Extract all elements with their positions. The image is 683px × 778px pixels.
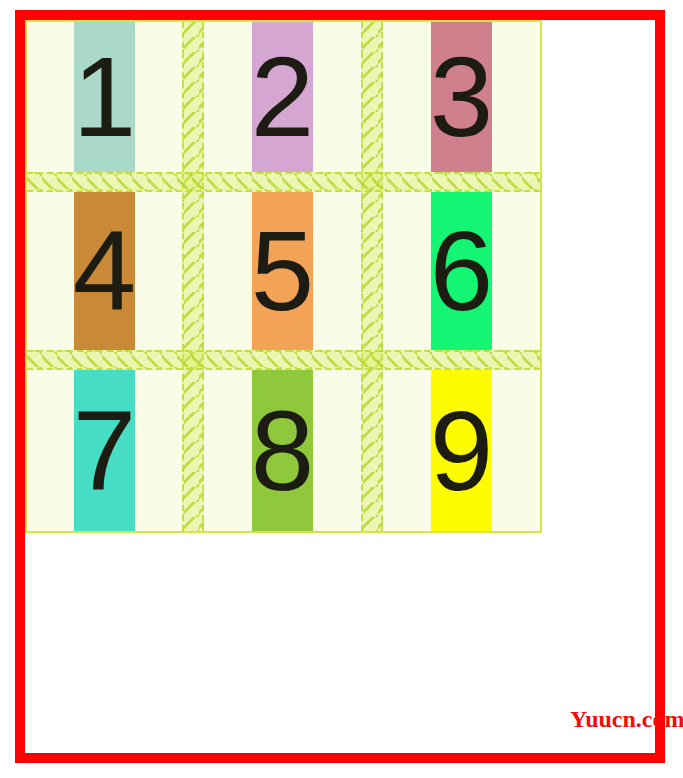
cell-stripe-7: 7 [74, 370, 135, 531]
grid-cell-4: 4 [27, 192, 182, 350]
cell-stripe-1: 1 [74, 22, 135, 172]
grid-cell-1: 1 [27, 22, 182, 172]
cell-number-5: 5 [251, 214, 314, 328]
watermark-text: Yuucn.com [570, 706, 683, 733]
cell-stripe-9: 9 [431, 370, 492, 531]
cell-stripe-2: 2 [252, 22, 313, 172]
cell-number-7: 7 [73, 394, 136, 508]
column-gap-band-1 [182, 22, 204, 531]
grid-cell-9: 9 [383, 370, 540, 531]
row-gap-band-1 [27, 172, 540, 192]
grid-cells: 1 2 3 4 5 [27, 22, 540, 531]
grid-cell-8: 8 [204, 370, 361, 531]
grid-cell-3: 3 [383, 22, 540, 172]
cell-stripe-5: 5 [252, 192, 313, 350]
grid-cell-5: 5 [204, 192, 361, 350]
cell-number-2: 2 [251, 40, 314, 154]
grid-cell-2: 2 [204, 22, 361, 172]
cell-number-8: 8 [251, 394, 314, 508]
column-gap-band-2 [361, 22, 383, 531]
cell-number-9: 9 [430, 394, 493, 508]
cell-stripe-4: 4 [74, 192, 135, 350]
cell-stripe-8: 8 [252, 370, 313, 531]
grid-cell-6: 6 [383, 192, 540, 350]
cell-number-6: 6 [430, 214, 493, 328]
page: 1 2 3 4 5 [0, 0, 683, 778]
row-gap-band-2 [27, 350, 540, 370]
cell-number-4: 4 [73, 214, 136, 328]
grid-cell-7: 7 [27, 370, 182, 531]
grid-board: 1 2 3 4 5 [25, 20, 542, 533]
cell-number-1: 1 [73, 40, 136, 154]
cell-stripe-3: 3 [431, 22, 492, 172]
cell-number-3: 3 [430, 40, 493, 154]
cell-stripe-6: 6 [431, 192, 492, 350]
